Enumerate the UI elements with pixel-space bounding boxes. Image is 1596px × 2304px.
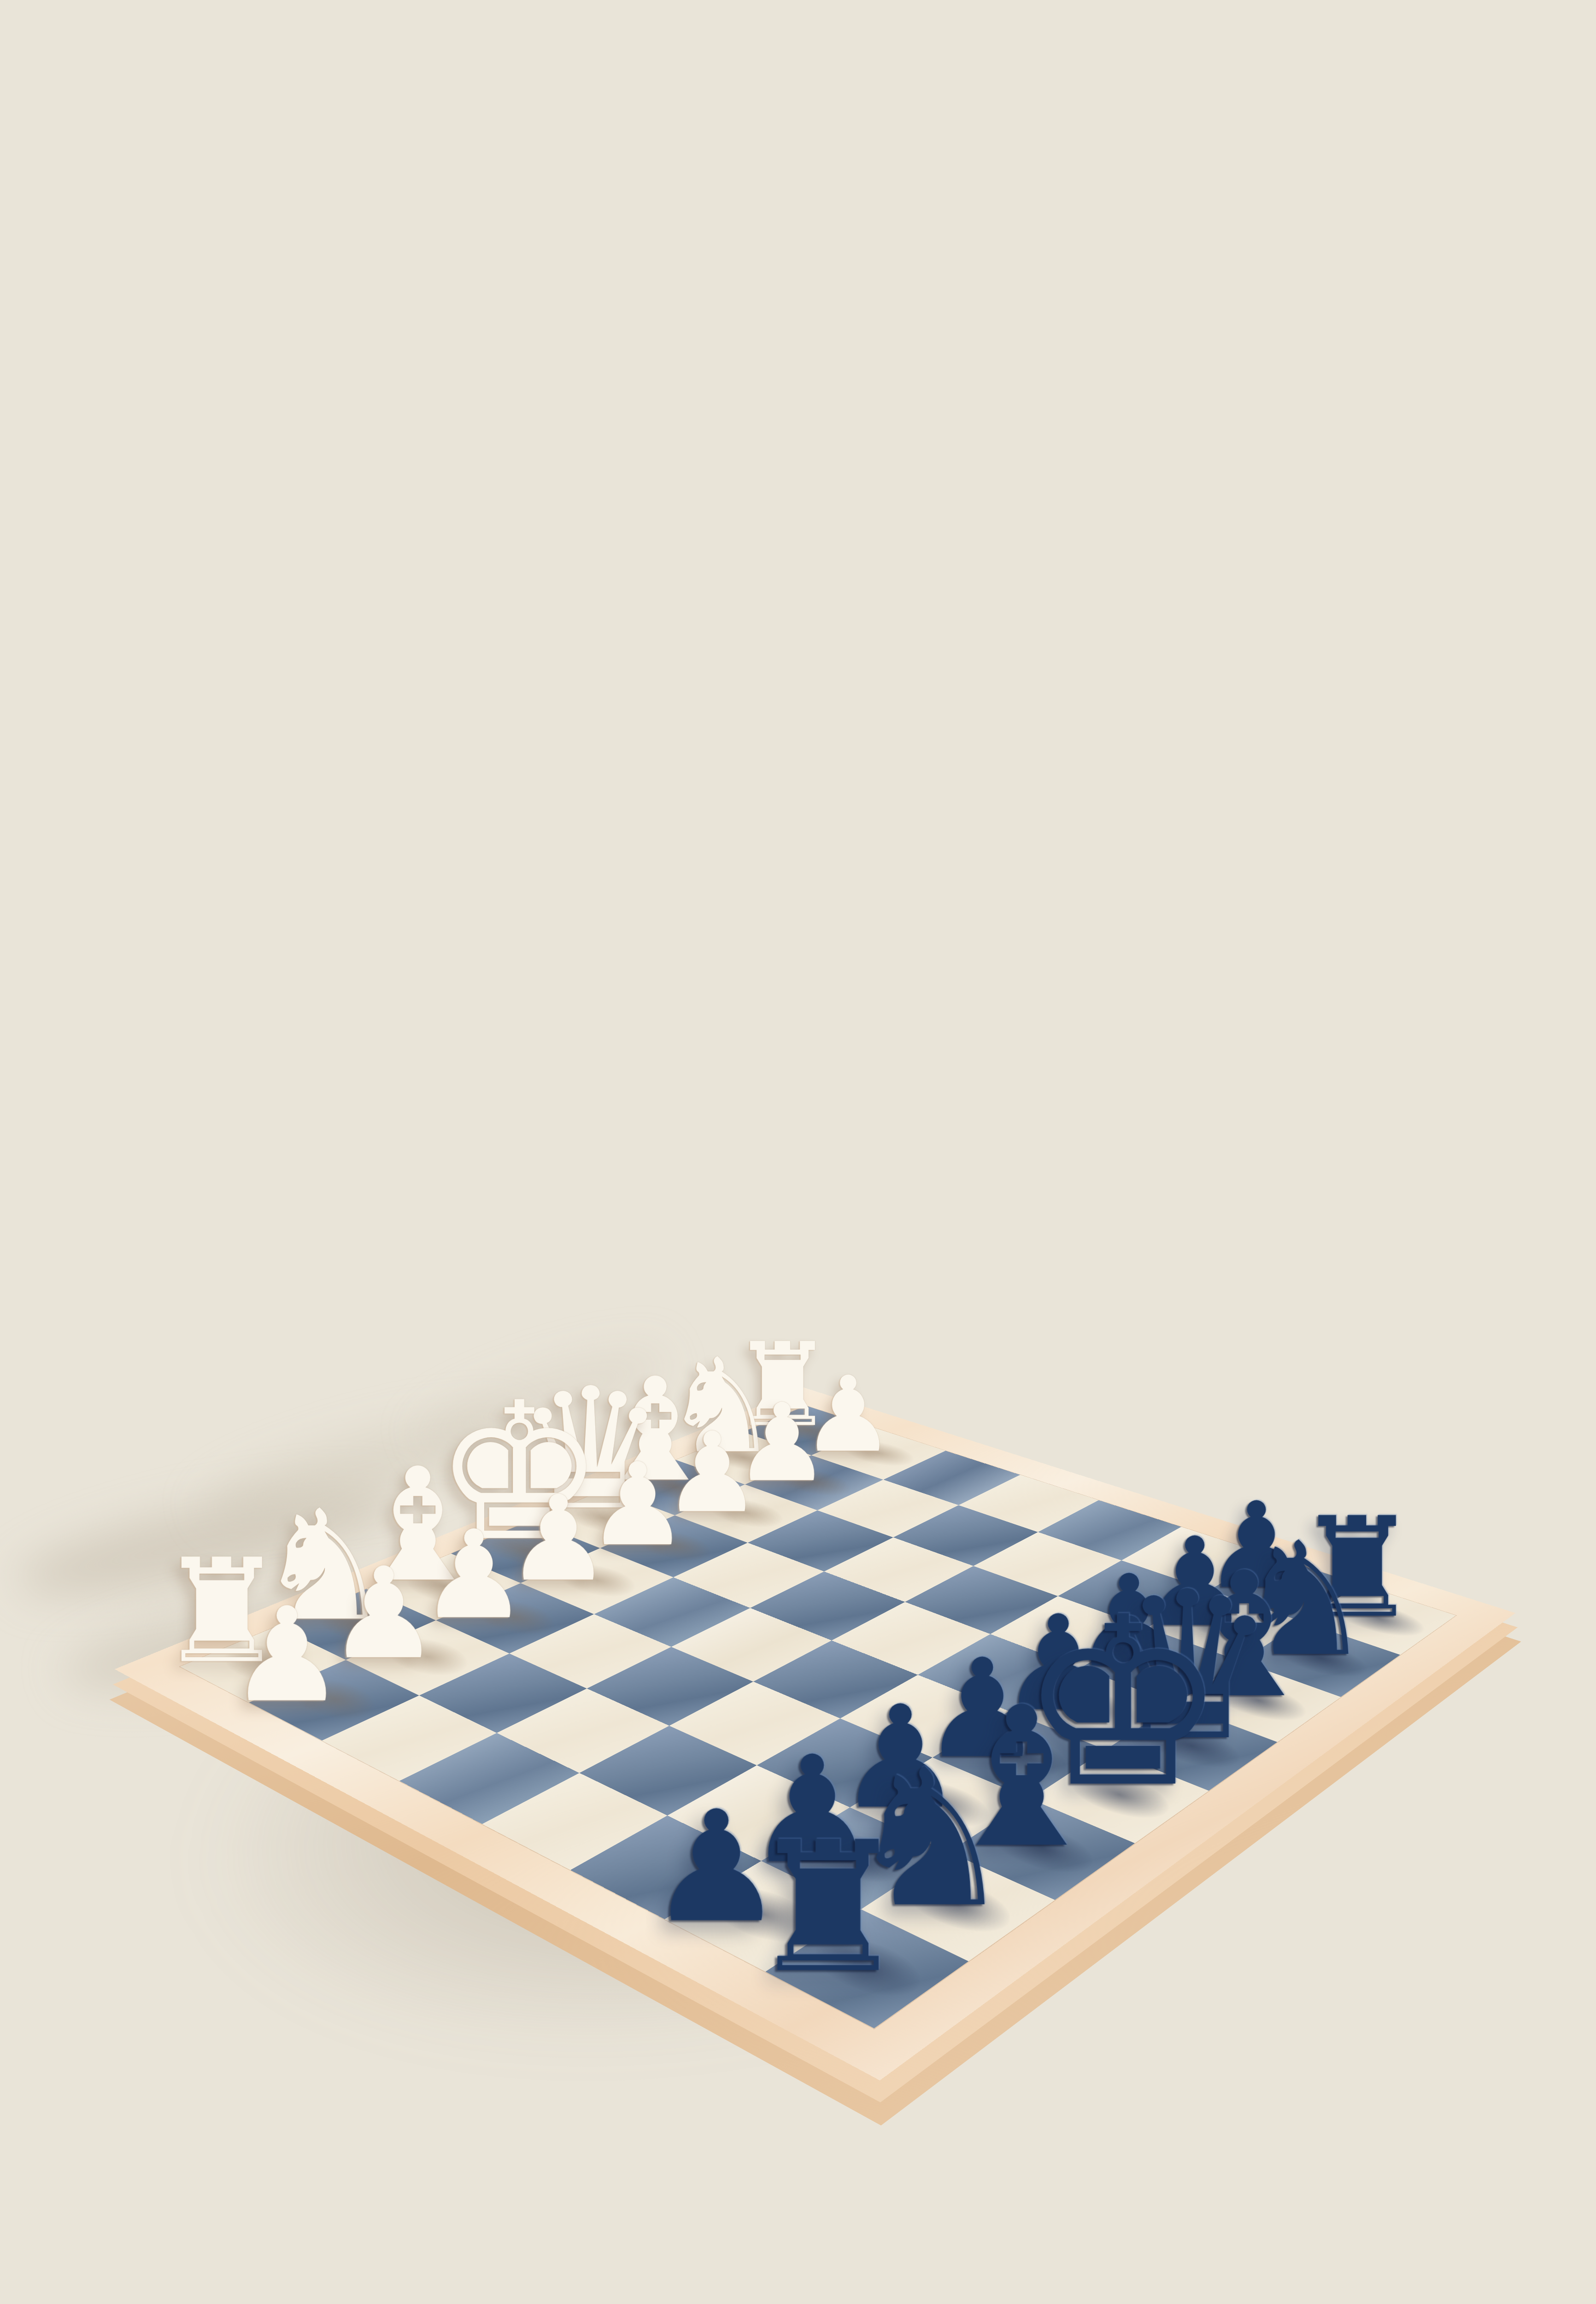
chess-scene: ♜♟♟♜♞♟♟♞♝♟♟♝♛♟♟♛♚♟♟♚♝♟♟♝♞♟♟♞♜♟♟♜ [233, 1087, 1431, 2193]
square-f3[interactable] [510, 1614, 672, 1688]
blue-rook-piece[interactable]: ♜ [747, 1818, 894, 1998]
board-grid: ♜♟♟♜♞♟♟♞♝♟♟♝♛♟♟♛♚♟♟♚♝♟♟♝♞♟♟♞♜♟♟♜ [180, 1406, 1456, 2028]
photo-backdrop: ♜♟♟♜♞♟♟♞♝♟♟♝♛♟♟♛♚♟♟♚♝♟♟♝♞♟♟♞♜♟♟♜ [0, 0, 1596, 2304]
white-pawn-piece[interactable]: ♟ [227, 1590, 347, 1721]
chess-board: ♜♟♟♜♞♟♟♞♝♟♟♝♛♟♟♛♚♟♟♚♝♟♟♝♞♟♟♞♜♟♟♜ [115, 1387, 1516, 2081]
